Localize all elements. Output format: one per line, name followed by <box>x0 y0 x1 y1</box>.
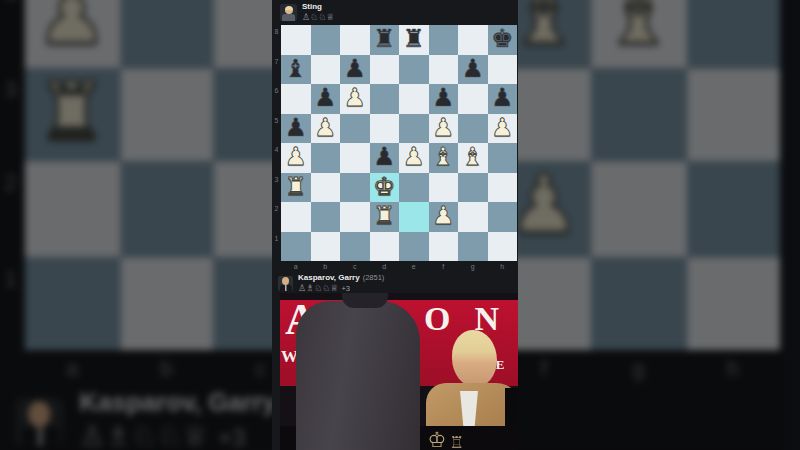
captured-piece-icon: ♘ <box>314 284 322 293</box>
square-f1[interactable] <box>429 232 459 262</box>
rank-label: 5 <box>272 114 281 144</box>
white-pawn-f2: ♟ <box>432 203 454 228</box>
player-bar-bottom: Kasparov, Garry(2851) ♙♗♘♘♕+3 <box>272 273 518 293</box>
white-pawn-c6: ♟ <box>344 85 366 110</box>
square-h1[interactable] <box>488 232 518 262</box>
square-g8[interactable] <box>458 25 488 55</box>
square-b2[interactable] <box>311 202 341 232</box>
square-e3[interactable] <box>399 173 429 203</box>
file-label: e <box>399 261 429 273</box>
rank-label: 6 <box>272 84 281 114</box>
rank-label: 8 <box>272 25 281 55</box>
square-f6[interactable]: ♟ <box>429 84 459 114</box>
player-bar-top: Sting ♙♘♘♕ <box>272 0 518 25</box>
square-e2[interactable] <box>399 202 429 232</box>
square-b8[interactable] <box>311 25 341 55</box>
square-f8[interactable] <box>429 25 459 55</box>
captured-piece-icon: ♙ <box>302 13 310 22</box>
square-a6[interactable] <box>281 84 311 114</box>
captured-piece-icon: ♘ <box>318 13 326 22</box>
chess-board: 87654321 ♜♜♚♝♟♟♟♟♟♟♟♟♟♟♟♟♟♝♝♜♚♜♟ <box>272 25 518 261</box>
board-squares: ♜♜♚♝♟♟♟♟♟♟♟♟♟♟♟♟♟♝♝♜♚♜♟ <box>281 25 517 261</box>
square-c4[interactable] <box>340 143 370 173</box>
square-d6[interactable] <box>370 84 400 114</box>
file-label: g <box>458 261 488 273</box>
rank-label: 4 <box>272 143 281 173</box>
square-f2[interactable]: ♟ <box>429 202 459 232</box>
captured-piece-icon: ♕ <box>326 13 334 22</box>
square-a8[interactable] <box>281 25 311 55</box>
square-c8[interactable] <box>340 25 370 55</box>
square-e7[interactable] <box>399 55 429 85</box>
square-d5[interactable] <box>370 114 400 144</box>
standing-person-head <box>342 293 388 308</box>
black-pawn-h6: ♟ <box>491 85 513 110</box>
black-bishop-a7: ♝ <box>285 56 307 81</box>
white-bishop-g4: ♝ <box>462 144 484 169</box>
square-b5[interactable]: ♟ <box>311 114 341 144</box>
player-top-captured: ♙♘♘♕ <box>302 13 334 22</box>
rank-label: 1 <box>272 232 281 262</box>
square-e8[interactable]: ♜ <box>399 25 429 55</box>
square-c1[interactable] <box>340 232 370 262</box>
player-top-name: Sting <box>302 3 334 11</box>
square-f7[interactable] <box>429 55 459 85</box>
black-pawn-b6: ♟ <box>314 85 336 110</box>
player-bottom-captured: ♙♗♘♘♕+3 <box>298 284 384 293</box>
square-d7[interactable] <box>370 55 400 85</box>
black-king-h8: ♚ <box>491 26 513 51</box>
black-pawn-f6: ♟ <box>432 85 454 110</box>
file-labels: abcdefgh <box>281 261 517 273</box>
square-c7[interactable]: ♟ <box>340 55 370 85</box>
white-bishop-f4: ♝ <box>432 144 454 169</box>
white-rook-d2: ♜ <box>373 203 395 228</box>
black-pawn-g7: ♟ <box>462 56 484 81</box>
square-a4[interactable]: ♟ <box>281 143 311 173</box>
square-d4[interactable]: ♟ <box>370 143 400 173</box>
file-label: b <box>311 261 341 273</box>
square-h8[interactable]: ♚ <box>488 25 518 55</box>
square-b7[interactable] <box>311 55 341 85</box>
rank-label: 7 <box>272 55 281 85</box>
rank-label: 2 <box>272 202 281 232</box>
captured-piece-icon: ♕ <box>330 284 338 293</box>
square-b4[interactable] <box>311 143 341 173</box>
square-a1[interactable] <box>281 232 311 262</box>
seated-player-head <box>452 330 497 387</box>
rank-label: 3 <box>272 173 281 203</box>
square-a7[interactable]: ♝ <box>281 55 311 85</box>
square-g3[interactable] <box>458 173 488 203</box>
video-frame[interactable]: A ON W JUNE ♙♗♔♖ <box>280 293 518 450</box>
file-label: h <box>488 261 518 273</box>
player-bottom-avatar[interactable] <box>278 276 293 291</box>
table-piece-silhouette: ♔ <box>428 428 447 450</box>
white-king-d3: ♚ <box>373 174 395 199</box>
square-c3[interactable] <box>340 173 370 203</box>
square-a5[interactable]: ♟ <box>281 114 311 144</box>
white-pawn-b5: ♟ <box>314 115 336 140</box>
standing-person <box>296 301 420 450</box>
black-rook-e8: ♜ <box>403 26 425 51</box>
square-d2[interactable]: ♜ <box>370 202 400 232</box>
white-pawn-e4: ♟ <box>403 144 425 169</box>
square-f4[interactable]: ♝ <box>429 143 459 173</box>
square-e1[interactable] <box>399 232 429 262</box>
captured-piece-icon: ♘ <box>322 284 330 293</box>
square-f3[interactable] <box>429 173 459 203</box>
square-a3[interactable]: ♜ <box>281 173 311 203</box>
square-g7[interactable]: ♟ <box>458 55 488 85</box>
black-rook-d8: ♜ <box>373 26 395 51</box>
square-h2[interactable] <box>488 202 518 232</box>
square-h3[interactable] <box>488 173 518 203</box>
square-g5[interactable] <box>458 114 488 144</box>
square-d8[interactable]: ♜ <box>370 25 400 55</box>
file-label: c <box>340 261 370 273</box>
square-e6[interactable] <box>399 84 429 114</box>
square-e5[interactable] <box>399 114 429 144</box>
black-pawn-c7: ♟ <box>344 56 366 81</box>
square-h5[interactable]: ♟ <box>488 114 518 144</box>
square-b1[interactable] <box>311 232 341 262</box>
captured-piece-icon: ♗ <box>306 284 314 293</box>
square-c5[interactable] <box>340 114 370 144</box>
white-pawn-f5: ♟ <box>432 115 454 140</box>
square-d3[interactable]: ♚ <box>370 173 400 203</box>
square-h7[interactable] <box>488 55 518 85</box>
square-c2[interactable] <box>340 202 370 232</box>
square-c6[interactable]: ♟ <box>340 84 370 114</box>
square-d1[interactable] <box>370 232 400 262</box>
white-rook-a3: ♜ <box>285 174 307 199</box>
player-top-avatar[interactable] <box>280 4 297 21</box>
square-a2[interactable] <box>281 202 311 232</box>
file-label: d <box>370 261 400 273</box>
square-h4[interactable] <box>488 143 518 173</box>
square-e4[interactable]: ♟ <box>399 143 429 173</box>
table-piece-silhouette: ♖ <box>449 433 463 450</box>
rank-labels: 87654321 <box>272 25 281 261</box>
player-bottom-rating: (2851) <box>363 273 385 282</box>
square-g6[interactable] <box>458 84 488 114</box>
captured-piece-icon: ♘ <box>310 13 318 22</box>
material-advantage: +3 <box>341 285 350 293</box>
square-g2[interactable] <box>458 202 488 232</box>
file-label: a <box>281 261 311 273</box>
square-b3[interactable] <box>311 173 341 203</box>
square-f5[interactable]: ♟ <box>429 114 459 144</box>
player-bottom-name-text: Kasparov, Garry <box>298 273 360 282</box>
square-b6[interactable]: ♟ <box>311 84 341 114</box>
square-g4[interactable]: ♝ <box>458 143 488 173</box>
black-pawn-d4: ♟ <box>373 144 395 169</box>
black-pawn-a5: ♟ <box>285 115 307 140</box>
player-bottom-name: Kasparov, Garry(2851) <box>298 274 384 282</box>
white-pawn-a4: ♟ <box>285 144 307 169</box>
file-label: f <box>429 261 459 273</box>
square-h6[interactable]: ♟ <box>488 84 518 114</box>
white-pawn-h5: ♟ <box>491 115 513 140</box>
square-g1[interactable] <box>458 232 488 262</box>
captured-piece-icon: ♙ <box>298 284 306 293</box>
video-column: Sting ♙♘♘♕ 87654321 ♜♜♚♝♟♟♟♟♟♟♟♟♟♟♟♟♟♝♝♜… <box>272 0 518 450</box>
